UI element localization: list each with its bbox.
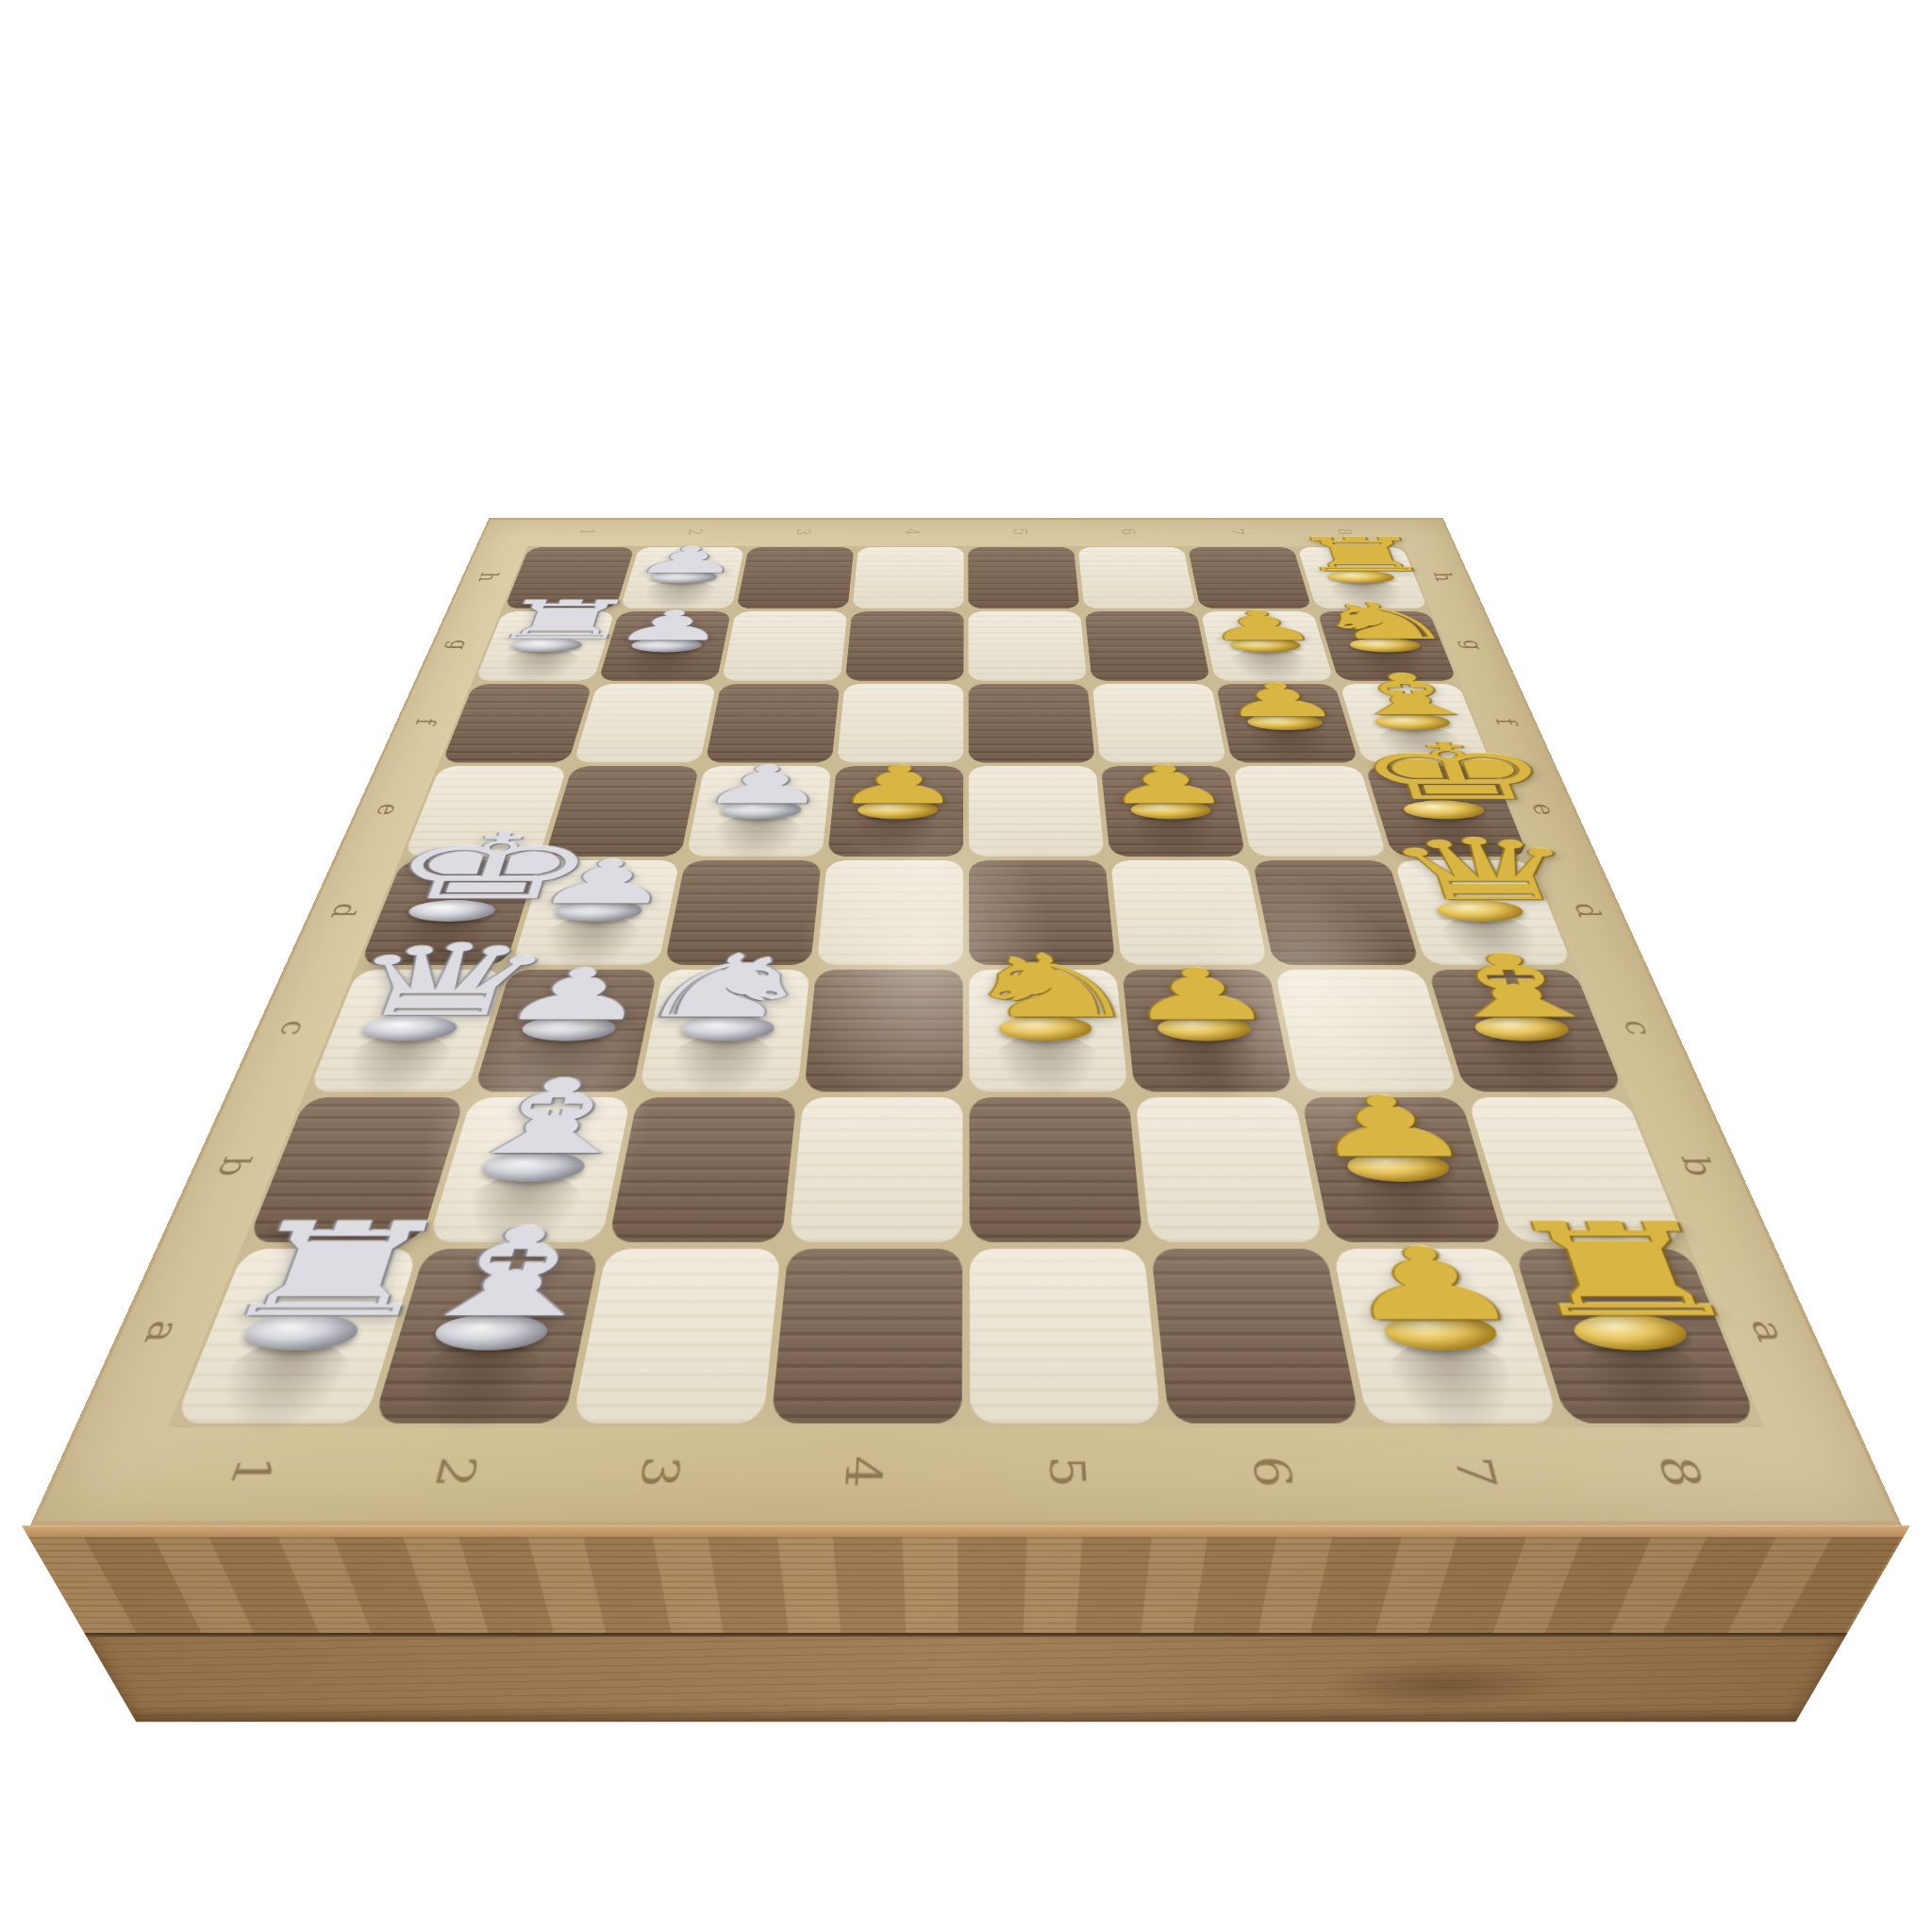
box-front — [22, 1525, 1910, 1722]
pawn-icon: ♟ — [683, 759, 843, 812]
square-d4[interactable] — [817, 860, 963, 965]
square-b8[interactable] — [1467, 1097, 1685, 1242]
square-c3[interactable] — [639, 970, 810, 1092]
squares-grid — [168, 546, 1764, 1427]
box-top-edge — [22, 1525, 1910, 1537]
square-a5[interactable] — [970, 1249, 1161, 1424]
square-c1[interactable] — [308, 970, 505, 1092]
square-g3[interactable] — [722, 611, 847, 681]
square-b1[interactable] — [247, 1097, 465, 1242]
piece-figure: ♜ — [1277, 511, 1424, 577]
square-c5[interactable] — [969, 970, 1127, 1092]
square-e5[interactable] — [969, 766, 1105, 857]
square-g4[interactable] — [845, 611, 964, 681]
square-c8[interactable] — [1427, 970, 1624, 1092]
square-b4[interactable] — [789, 1097, 962, 1242]
square-b3[interactable] — [608, 1097, 797, 1242]
square-c6[interactable] — [1122, 970, 1293, 1092]
square-b6[interactable] — [1135, 1097, 1324, 1242]
square-f2[interactable] — [574, 684, 716, 763]
piece-figure: ♟ — [620, 511, 760, 577]
chess-board: 12345678 12345678 abcdefgh abcdefgh ♜♛♚♜… — [30, 518, 1902, 1525]
pawn-icon: ♟ — [1089, 759, 1249, 812]
box-base-front — [87, 1637, 1846, 1723]
square-f5[interactable] — [969, 684, 1095, 763]
chess-set: 12345678 12345678 abcdefgh abcdefgh ♜♛♚♜… — [30, 518, 1902, 1525]
scene: 12345678 12345678 abcdefgh abcdefgh ♜♛♚♜… — [0, 0, 1932, 1932]
piece-figure: ♟ — [1084, 714, 1248, 809]
square-a4[interactable] — [771, 1249, 962, 1424]
square-g5[interactable] — [968, 611, 1087, 681]
pawn-icon: ♟ — [598, 606, 742, 646]
pawn-icon: ♟ — [820, 759, 974, 812]
piece-figure: ♟ — [599, 571, 749, 645]
piece-figure: ♟ — [821, 714, 975, 809]
square-h4[interactable] — [852, 547, 963, 608]
square-b5[interactable] — [970, 1097, 1143, 1242]
square-h5[interactable] — [968, 547, 1079, 608]
square-a6[interactable] — [1151, 1249, 1360, 1424]
piece-figure: ♝ — [1315, 639, 1485, 723]
rank-labels-near: 12345678 — [133, 1434, 1799, 1512]
square-h3[interactable] — [736, 547, 854, 608]
playing-area: ♜♛♚♜♝♝♟♟♟♟♞♟♟♞♟♟♟♟♟♟♜♝♛♚♝♞♜ — [168, 546, 1764, 1427]
square-h6[interactable] — [1078, 547, 1196, 608]
square-f1[interactable] — [441, 684, 592, 763]
box-lid-front — [28, 1537, 1904, 1632]
square-c4[interactable] — [804, 970, 962, 1092]
piece-figure: ♚ — [1338, 714, 1521, 809]
square-g6[interactable] — [1085, 611, 1210, 681]
square-a3[interactable] — [572, 1249, 781, 1424]
